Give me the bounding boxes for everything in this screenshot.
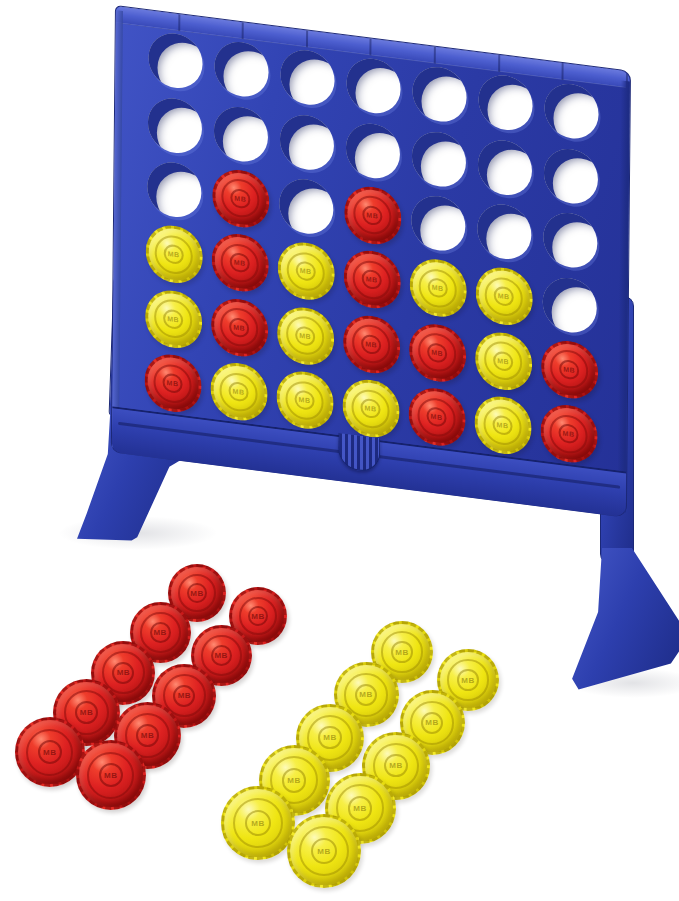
board-cell-col6-row6: MB	[469, 389, 536, 462]
hole-empty	[543, 210, 598, 271]
red-disc: MB	[191, 625, 252, 686]
mb-logo-embossing: MB	[245, 810, 271, 836]
board-cell-col4-row3: MB	[339, 179, 406, 252]
mb-logo-embossing: MB	[163, 373, 183, 395]
board-cell-col6-row5: MB	[470, 325, 537, 398]
mb-logo-embossing: MB	[311, 838, 337, 864]
mb-logo-embossing: MB	[163, 308, 183, 330]
mb-logo-embossing: MB	[428, 277, 448, 299]
yellow-disc: MB	[276, 304, 334, 368]
board-cell-col1-row1	[142, 25, 209, 98]
mb-logo-embossing: MB	[559, 423, 579, 445]
mb-logo-embossing: MB	[355, 684, 377, 706]
yellow-disc: MB	[342, 377, 400, 441]
red-disc: MB	[144, 351, 202, 415]
connect4-board-frame: MBMBMBMBMBMBMBMBMBMBMBMBMBMBMBMBMBMBMBMB…	[111, 5, 631, 518]
hole-filled: MB	[410, 322, 465, 383]
red-disc: MB	[210, 295, 268, 359]
yellow-disc: MB	[145, 222, 203, 286]
yellow-disc: MB	[409, 256, 467, 320]
red-disc: MB	[211, 231, 269, 295]
hole-filled: MB	[343, 378, 398, 439]
yellow-disc: MB	[277, 239, 335, 303]
mb-logo-embossing: MB	[231, 187, 251, 209]
board-cell-col7-row4	[536, 268, 603, 341]
board-cell-col3-row4: MB	[272, 235, 339, 308]
mb-logo-embossing: MB	[427, 342, 447, 364]
yellow-disc: MB	[334, 662, 399, 727]
mb-logo-embossing: MB	[136, 724, 159, 747]
board-cell-col3-row5: MB	[272, 299, 339, 372]
hole-empty	[544, 145, 599, 206]
red-disc: MB	[212, 166, 270, 230]
board-cell-col5-row6: MB	[403, 381, 470, 454]
mb-logo-embossing: MB	[361, 398, 381, 420]
yellow-disc: MB	[259, 745, 330, 816]
hole-filled: MB	[477, 266, 532, 327]
mb-logo-embossing: MB	[362, 269, 382, 291]
board-grid: MBMBMBMBMBMBMBMBMBMBMBMBMBMBMBMBMBMBMBMB…	[139, 25, 605, 471]
red-disc: MB	[344, 183, 402, 247]
board-cell-col3-row1	[274, 41, 341, 114]
board-cell-col2-row5: MB	[206, 291, 273, 364]
hole-filled: MB	[213, 168, 268, 229]
board-cell-col6-row3	[471, 196, 538, 269]
hole-empty	[214, 39, 269, 100]
connect4-product-photo: MBMBMBMBMBMBMBMBMBMBMBMBMBMBMBMBMBMBMBMB…	[0, 0, 679, 901]
hole-filled: MB	[409, 387, 464, 448]
yellow-disc: MB	[276, 368, 334, 432]
yellow-disc: MB	[437, 649, 499, 711]
board-cell-col4-row5: MB	[338, 308, 405, 381]
red-disc: MB	[168, 564, 226, 622]
hole-empty	[412, 64, 467, 125]
board-cell-col1-row2	[142, 89, 209, 162]
hole-filled: MB	[475, 395, 530, 456]
board-cell-col2-row1	[208, 33, 275, 106]
board-cell-col2-row2	[208, 97, 275, 170]
board-cell-col1-row4: MB	[140, 218, 207, 291]
mb-logo-embossing: MB	[211, 645, 232, 666]
board-cell-col5-row2	[406, 123, 473, 196]
mb-logo-embossing: MB	[112, 662, 134, 684]
board-cell-col7-row3	[537, 204, 604, 277]
red-disc: MB	[408, 320, 466, 384]
yellow-disc: MB	[474, 329, 532, 393]
mb-logo-embossing: MB	[150, 622, 171, 643]
board-cell-col2-row3: MB	[207, 162, 274, 235]
board-cell-col1-row6: MB	[139, 347, 206, 420]
yellow-disc: MB	[474, 393, 532, 457]
board-cell-col1-row3	[141, 154, 208, 227]
yellow-disc: MB	[362, 732, 430, 800]
red-disc: MB	[15, 717, 85, 787]
red-disc: MB	[343, 248, 401, 312]
board-cell-col3-row2	[274, 106, 341, 179]
board-cell-col7-row2	[538, 139, 605, 212]
hole-empty	[280, 47, 335, 108]
hole-filled: MB	[278, 305, 333, 366]
mb-logo-embossing: MB	[348, 796, 373, 821]
board-cell-col6-row4: MB	[470, 260, 537, 333]
hole-filled: MB	[542, 339, 597, 400]
hole-filled: MB	[541, 403, 596, 464]
hole-filled: MB	[213, 232, 268, 293]
mb-logo-embossing: MB	[187, 583, 207, 603]
mb-logo-embossing: MB	[457, 669, 478, 690]
yellow-disc: MB	[400, 690, 465, 755]
mb-logo-embossing: MB	[229, 381, 249, 403]
board-cell-col5-row5: MB	[404, 316, 471, 389]
red-disc: MB	[91, 641, 155, 705]
mb-logo-embossing: MB	[230, 252, 250, 274]
red-disc: MB	[342, 312, 400, 376]
yellow-disc: MB	[296, 704, 364, 772]
board-cell-col2-row4: MB	[206, 226, 273, 299]
board-cell-col5-row3	[405, 187, 472, 260]
board-cell-col7-row6: MB	[535, 397, 602, 470]
mb-logo-embossing: MB	[384, 754, 408, 778]
board-cell-col1-row5: MB	[140, 283, 207, 356]
board-cell-col5-row1	[406, 58, 473, 131]
mb-logo-embossing: MB	[229, 316, 249, 338]
mb-logo-embossing: MB	[296, 260, 316, 282]
hole-filled: MB	[411, 258, 466, 319]
red-disc: MB	[114, 702, 181, 769]
yellow-disc: MB	[210, 360, 268, 424]
red-disc: MB	[229, 587, 287, 645]
red-disc: MB	[53, 679, 120, 746]
board-cell-col3-row3	[273, 170, 340, 243]
hole-empty	[214, 103, 269, 164]
hole-empty	[411, 193, 466, 254]
hole-filled: MB	[344, 314, 399, 375]
hole-empty	[478, 73, 533, 134]
hole-empty	[148, 31, 203, 92]
hole-empty	[279, 176, 334, 237]
mb-logo-embossing: MB	[99, 763, 123, 787]
yellow-disc: MB	[221, 786, 295, 860]
mb-logo-embossing: MB	[363, 204, 383, 226]
mb-logo-embossing: MB	[318, 726, 342, 750]
hole-empty	[346, 56, 401, 117]
mb-logo-embossing: MB	[493, 350, 513, 372]
board-cell-col7-row1	[538, 75, 605, 148]
board-left-edge	[112, 10, 123, 448]
mb-logo-embossing: MB	[494, 286, 514, 308]
hole-filled: MB	[345, 249, 400, 310]
hole-empty	[412, 129, 467, 190]
hole-empty	[346, 120, 401, 181]
mb-logo-embossing: MB	[421, 712, 443, 734]
hole-filled: MB	[211, 361, 266, 422]
board-cell-col3-row6: MB	[271, 364, 338, 437]
board-cell-col2-row6: MB	[205, 355, 272, 428]
red-disc: MB	[152, 664, 216, 728]
mb-logo-embossing: MB	[493, 415, 513, 437]
red-disc: MB	[540, 337, 598, 401]
mb-logo-embossing: MB	[282, 768, 307, 793]
board-cell-col6-row1	[472, 67, 539, 140]
board-cell-col6-row2	[472, 131, 539, 204]
mb-logo-embossing: MB	[559, 358, 579, 380]
mb-logo-embossing: MB	[391, 641, 412, 662]
mb-logo-embossing: MB	[248, 606, 268, 626]
hole-filled: MB	[212, 297, 267, 358]
hole-filled: MB	[146, 289, 201, 350]
board-cell-col5-row4: MB	[404, 252, 471, 325]
yellow-disc: MB	[144, 287, 202, 351]
hole-empty	[147, 160, 202, 221]
red-disc: MB	[76, 740, 146, 810]
hole-empty	[544, 81, 599, 142]
mb-logo-embossing: MB	[361, 333, 381, 355]
mb-logo-embossing: MB	[295, 325, 315, 347]
board-cell-col4-row4: MB	[338, 243, 405, 316]
hole-filled: MB	[279, 241, 334, 302]
mb-logo-embossing: MB	[295, 389, 315, 411]
yellow-disc: MB	[287, 814, 361, 888]
hole-empty	[280, 112, 335, 173]
board-cell-col7-row5: MB	[536, 333, 603, 406]
mb-logo-embossing: MB	[173, 685, 195, 707]
yellow-disc: MB	[475, 264, 533, 328]
hole-filled: MB	[476, 331, 531, 392]
hole-empty	[148, 95, 203, 156]
red-disc: MB	[130, 602, 191, 663]
mb-logo-embossing: MB	[75, 701, 98, 724]
hole-filled: MB	[145, 353, 200, 414]
hole-empty	[543, 274, 598, 335]
red-disc: MB	[540, 402, 598, 466]
mb-logo-embossing: MB	[427, 406, 447, 428]
hole-empty	[478, 137, 533, 198]
hole-filled: MB	[277, 370, 332, 431]
hole-filled: MB	[147, 224, 202, 285]
yellow-disc: MB	[371, 621, 433, 683]
board-cell-col4-row1	[340, 50, 407, 123]
board-cell-col4-row2	[340, 114, 407, 187]
mb-logo-embossing: MB	[38, 740, 62, 764]
red-disc: MB	[408, 385, 466, 449]
hole-empty	[477, 202, 532, 263]
yellow-disc: MB	[325, 773, 396, 844]
mb-logo-embossing: MB	[164, 244, 184, 266]
hole-filled: MB	[345, 185, 400, 246]
